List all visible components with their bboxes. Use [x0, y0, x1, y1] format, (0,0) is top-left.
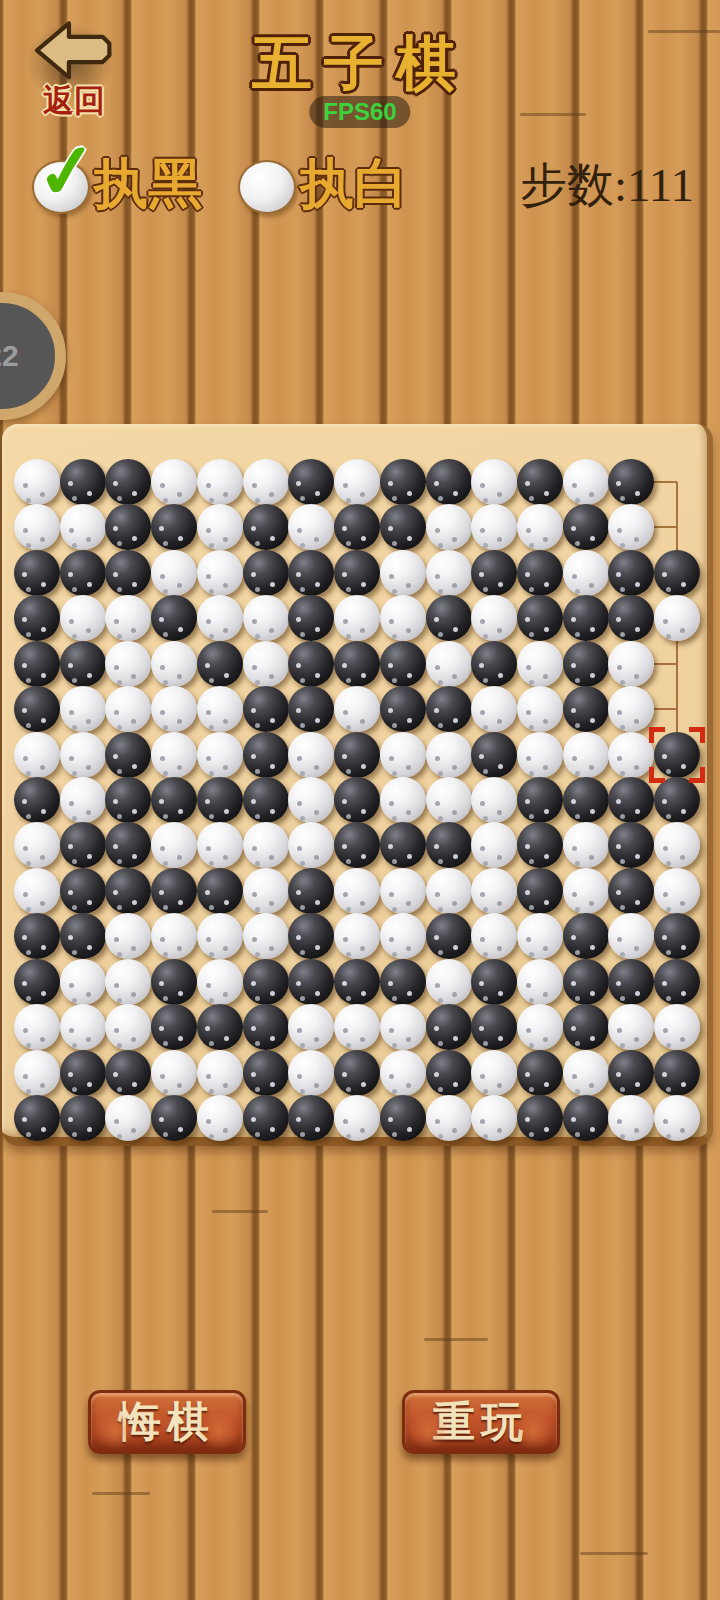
- white-stone-r14c13: [608, 1095, 654, 1141]
- white-stone-r12c8: [380, 1004, 426, 1050]
- white-stone-r8c5: [243, 822, 289, 868]
- white-stone-r10c5: [243, 913, 289, 959]
- black-stone-r1c5: [243, 504, 289, 550]
- white-stone-r6c3: [151, 732, 197, 778]
- black-stone-r6c2: [105, 732, 151, 778]
- black-stone-r14c5: [243, 1095, 289, 1141]
- white-stone-r10c13: [608, 913, 654, 959]
- side-float-badge[interactable]: 22: [0, 292, 66, 420]
- black-stone-r6c10: [471, 732, 517, 778]
- white-stone-r1c13: [608, 504, 654, 550]
- play-black-checkbox[interactable]: ✓: [32, 160, 90, 214]
- step-counter-label: 步数:: [520, 159, 627, 211]
- black-stone-r13c11: [517, 1050, 563, 1096]
- white-stone-r12c0: [14, 1004, 60, 1050]
- white-stone-r10c11: [517, 913, 563, 959]
- white-stone-r5c7: [334, 686, 380, 732]
- white-stone-r9c10: [471, 868, 517, 914]
- black-stone-r9c3: [151, 868, 197, 914]
- white-stone-r12c1: [60, 1004, 106, 1050]
- black-stone-r4c0: [14, 641, 60, 687]
- black-stone-r12c4: [197, 1004, 243, 1050]
- black-stone-r2c13: [608, 550, 654, 596]
- white-stone-r14c14: [654, 1095, 700, 1141]
- gomoku-board[interactable]: [2, 424, 713, 1146]
- black-stone-r7c4: [197, 777, 243, 823]
- page-title: 五子棋: [0, 24, 720, 105]
- white-stone-r3c7: [334, 595, 380, 641]
- white-stone-r7c6: [288, 777, 334, 823]
- black-stone-r4c8: [380, 641, 426, 687]
- white-stone-r3c8: [380, 595, 426, 641]
- black-stone-r14c3: [151, 1095, 197, 1141]
- black-stone-r4c4: [197, 641, 243, 687]
- white-stone-r5c2: [105, 686, 151, 732]
- white-stone-r9c8: [380, 868, 426, 914]
- black-stone-r14c1: [60, 1095, 106, 1141]
- black-stone-r11c5: [243, 959, 289, 1005]
- white-stone-r2c4: [197, 550, 243, 596]
- black-stone-r11c13: [608, 959, 654, 1005]
- last-move-marker: [649, 727, 705, 783]
- black-stone-r14c8: [380, 1095, 426, 1141]
- plank-joint: [212, 1210, 268, 1213]
- black-stone-r11c10: [471, 959, 517, 1005]
- black-stone-r10c1: [60, 913, 106, 959]
- white-stone-r4c2: [105, 641, 151, 687]
- black-stone-r13c1: [60, 1050, 106, 1096]
- white-stone-r1c9: [426, 504, 472, 550]
- white-stone-r7c9: [426, 777, 472, 823]
- white-stone-r1c4: [197, 504, 243, 550]
- white-stone-r13c0: [14, 1050, 60, 1096]
- black-stone-r8c13: [608, 822, 654, 868]
- white-stone-r12c13: [608, 1004, 654, 1050]
- white-stone-r12c2: [105, 1004, 151, 1050]
- black-stone-r2c14: [654, 550, 700, 596]
- white-stone-r12c11: [517, 1004, 563, 1050]
- black-stone-r3c11: [517, 595, 563, 641]
- black-stone-r0c1: [60, 459, 106, 505]
- black-stone-r14c6: [288, 1095, 334, 1141]
- undo-button[interactable]: 悔棋: [88, 1390, 246, 1454]
- white-stone-r8c10: [471, 822, 517, 868]
- white-stone-r6c12: [563, 732, 609, 778]
- black-stone-r0c11: [517, 459, 563, 505]
- white-stone-r1c11: [517, 504, 563, 550]
- white-stone-r10c8: [380, 913, 426, 959]
- white-stone-r6c9: [426, 732, 472, 778]
- black-stone-r9c4: [197, 868, 243, 914]
- white-stone-r11c11: [517, 959, 563, 1005]
- black-stone-r7c11: [517, 777, 563, 823]
- white-stone-r9c0: [14, 868, 60, 914]
- fps-badge: FPS60: [309, 96, 410, 128]
- black-stone-r13c9: [426, 1050, 472, 1096]
- white-stone-r0c0: [14, 459, 60, 505]
- black-stone-r8c1: [60, 822, 106, 868]
- black-stone-r5c12: [563, 686, 609, 732]
- black-stone-r4c10: [471, 641, 517, 687]
- black-stone-r11c7: [334, 959, 380, 1005]
- black-stone-r11c14: [654, 959, 700, 1005]
- black-stone-r5c0: [14, 686, 60, 732]
- side-float-badge-text: 22: [0, 339, 19, 373]
- black-stone-r6c7: [334, 732, 380, 778]
- white-stone-r5c4: [197, 686, 243, 732]
- black-stone-r13c7: [334, 1050, 380, 1096]
- white-stone-r0c5: [243, 459, 289, 505]
- white-stone-r3c2: [105, 595, 151, 641]
- black-stone-r5c8: [380, 686, 426, 732]
- black-stone-r0c2: [105, 459, 151, 505]
- white-stone-r6c11: [517, 732, 563, 778]
- white-stone-r2c3: [151, 550, 197, 596]
- black-stone-r5c5: [243, 686, 289, 732]
- plank-joint: [92, 1492, 150, 1495]
- white-stone-r0c4: [197, 459, 243, 505]
- white-stone-r4c13: [608, 641, 654, 687]
- white-stone-r14c10: [471, 1095, 517, 1141]
- black-stone-r7c7: [334, 777, 380, 823]
- black-stone-r7c13: [608, 777, 654, 823]
- white-stone-r4c9: [426, 641, 472, 687]
- black-stone-r14c0: [14, 1095, 60, 1141]
- white-stone-r13c4: [197, 1050, 243, 1096]
- white-stone-r8c6: [288, 822, 334, 868]
- black-stone-r8c8: [380, 822, 426, 868]
- plank-joint: [520, 113, 586, 116]
- white-stone-r8c14: [654, 822, 700, 868]
- white-stone-r0c7: [334, 459, 380, 505]
- black-stone-r9c1: [60, 868, 106, 914]
- white-stone-r2c12: [563, 550, 609, 596]
- white-stone-r2c8: [380, 550, 426, 596]
- play-white-checkbox[interactable]: [238, 160, 296, 214]
- black-stone-r11c0: [14, 959, 60, 1005]
- black-stone-r11c6: [288, 959, 334, 1005]
- white-stone-r5c3: [151, 686, 197, 732]
- white-stone-r7c10: [471, 777, 517, 823]
- black-stone-r2c7: [334, 550, 380, 596]
- white-stone-r4c5: [243, 641, 289, 687]
- black-stone-r1c2: [105, 504, 151, 550]
- checkmark-icon: ✓: [32, 125, 103, 217]
- white-stone-r5c13: [608, 686, 654, 732]
- white-stone-r4c11: [517, 641, 563, 687]
- white-stone-r1c0: [14, 504, 60, 550]
- white-stone-r3c4: [197, 595, 243, 641]
- step-counter: 步数:111: [520, 154, 694, 217]
- black-stone-r4c6: [288, 641, 334, 687]
- white-stone-r11c9: [426, 959, 472, 1005]
- black-stone-r2c0: [14, 550, 60, 596]
- white-stone-r1c6: [288, 504, 334, 550]
- black-stone-r9c2: [105, 868, 151, 914]
- black-stone-r8c11: [517, 822, 563, 868]
- black-stone-r2c1: [60, 550, 106, 596]
- white-stone-r10c7: [334, 913, 380, 959]
- white-stone-r2c9: [426, 550, 472, 596]
- black-stone-r10c6: [288, 913, 334, 959]
- black-stone-r0c13: [608, 459, 654, 505]
- black-stone-r1c7: [334, 504, 380, 550]
- black-stone-r3c13: [608, 595, 654, 641]
- black-stone-r2c10: [471, 550, 517, 596]
- white-stone-r12c14: [654, 1004, 700, 1050]
- black-stone-r0c9: [426, 459, 472, 505]
- white-stone-r6c8: [380, 732, 426, 778]
- undo-button-label: 悔棋: [119, 1394, 215, 1450]
- plank-joint: [580, 1552, 648, 1555]
- black-stone-r12c10: [471, 1004, 517, 1050]
- white-stone-r14c9: [426, 1095, 472, 1141]
- black-stone-r1c12: [563, 504, 609, 550]
- black-stone-r12c9: [426, 1004, 472, 1050]
- black-stone-r13c2: [105, 1050, 151, 1096]
- black-stone-r2c6: [288, 550, 334, 596]
- black-stone-r7c12: [563, 777, 609, 823]
- black-stone-r9c6: [288, 868, 334, 914]
- black-stone-r14c12: [563, 1095, 609, 1141]
- white-stone-r13c3: [151, 1050, 197, 1096]
- replay-button-label: 重玩: [433, 1394, 529, 1450]
- black-stone-r9c11: [517, 868, 563, 914]
- black-stone-r14c11: [517, 1095, 563, 1141]
- white-stone-r13c8: [380, 1050, 426, 1096]
- white-stone-r9c12: [563, 868, 609, 914]
- black-stone-r13c5: [243, 1050, 289, 1096]
- white-stone-r6c4: [197, 732, 243, 778]
- black-stone-r3c6: [288, 595, 334, 641]
- black-stone-r7c3: [151, 777, 197, 823]
- black-stone-r11c3: [151, 959, 197, 1005]
- play-black-label[interactable]: 执黑: [94, 148, 202, 221]
- white-stone-r14c2: [105, 1095, 151, 1141]
- white-stone-r5c11: [517, 686, 563, 732]
- black-stone-r2c2: [105, 550, 151, 596]
- white-stone-r10c10: [471, 913, 517, 959]
- white-stone-r9c9: [426, 868, 472, 914]
- white-stone-r11c2: [105, 959, 151, 1005]
- black-stone-r0c8: [380, 459, 426, 505]
- white-stone-r0c12: [563, 459, 609, 505]
- white-stone-r6c0: [14, 732, 60, 778]
- white-stone-r10c2: [105, 913, 151, 959]
- white-stone-r3c1: [60, 595, 106, 641]
- black-stone-r7c14: [654, 777, 700, 823]
- black-stone-r6c5: [243, 732, 289, 778]
- black-stone-r3c12: [563, 595, 609, 641]
- white-stone-r0c10: [471, 459, 517, 505]
- white-stone-r9c5: [243, 868, 289, 914]
- white-stone-r14c7: [334, 1095, 380, 1141]
- white-stone-r8c12: [563, 822, 609, 868]
- white-stone-r7c1: [60, 777, 106, 823]
- white-stone-r10c4: [197, 913, 243, 959]
- white-stone-r3c14: [654, 595, 700, 641]
- black-stone-r7c5: [243, 777, 289, 823]
- black-stone-r10c9: [426, 913, 472, 959]
- white-stone-r14c4: [197, 1095, 243, 1141]
- black-stone-r11c12: [563, 959, 609, 1005]
- black-stone-r13c13: [608, 1050, 654, 1096]
- black-stone-r1c3: [151, 504, 197, 550]
- options-row: ✓ 执黑 执白 步数:111: [0, 146, 720, 226]
- black-stone-r12c5: [243, 1004, 289, 1050]
- white-stone-r8c0: [14, 822, 60, 868]
- white-stone-r5c1: [60, 686, 106, 732]
- white-stone-r13c12: [563, 1050, 609, 1096]
- black-stone-r9c13: [608, 868, 654, 914]
- black-stone-r4c7: [334, 641, 380, 687]
- black-stone-r7c0: [14, 777, 60, 823]
- plank-joint: [424, 1338, 488, 1341]
- white-stone-r9c14: [654, 868, 700, 914]
- white-stone-r6c13: [608, 732, 654, 778]
- black-stone-r3c0: [14, 595, 60, 641]
- black-stone-r8c9: [426, 822, 472, 868]
- black-stone-r1c8: [380, 504, 426, 550]
- black-stone-r10c14: [654, 913, 700, 959]
- black-stone-r8c7: [334, 822, 380, 868]
- white-stone-r6c1: [60, 732, 106, 778]
- white-stone-r11c1: [60, 959, 106, 1005]
- white-stone-r5c10: [471, 686, 517, 732]
- white-stone-r7c8: [380, 777, 426, 823]
- white-stone-r13c6: [288, 1050, 334, 1096]
- replay-button[interactable]: 重玩: [402, 1390, 560, 1454]
- white-stone-r11c4: [197, 959, 243, 1005]
- step-counter-value: 111: [627, 159, 694, 211]
- white-stone-r0c3: [151, 459, 197, 505]
- white-stone-r8c3: [151, 822, 197, 868]
- black-stone-r13c14: [654, 1050, 700, 1096]
- white-stone-r1c1: [60, 504, 106, 550]
- play-white-label[interactable]: 执白: [300, 148, 408, 221]
- black-stone-r4c1: [60, 641, 106, 687]
- white-stone-r1c10: [471, 504, 517, 550]
- black-stone-r10c0: [14, 913, 60, 959]
- black-stone-r4c12: [563, 641, 609, 687]
- white-stone-r9c7: [334, 868, 380, 914]
- black-stone-r2c5: [243, 550, 289, 596]
- black-stone-r10c12: [563, 913, 609, 959]
- black-stone-r12c3: [151, 1004, 197, 1050]
- game-screen: { "game": "gomoku (五子棋, five-in-a-row), …: [0, 0, 720, 1600]
- white-stone-r3c10: [471, 595, 517, 641]
- white-stone-r3c5: [243, 595, 289, 641]
- white-stone-r4c3: [151, 641, 197, 687]
- white-stone-r10c3: [151, 913, 197, 959]
- white-stone-r12c6: [288, 1004, 334, 1050]
- black-stone-r2c11: [517, 550, 563, 596]
- white-stone-r12c7: [334, 1004, 380, 1050]
- black-stone-r3c3: [151, 595, 197, 641]
- white-stone-r13c10: [471, 1050, 517, 1096]
- black-stone-r11c8: [380, 959, 426, 1005]
- black-stone-r5c6: [288, 686, 334, 732]
- black-stone-r5c9: [426, 686, 472, 732]
- black-stone-r12c12: [563, 1004, 609, 1050]
- white-stone-r6c6: [288, 732, 334, 778]
- black-stone-r3c9: [426, 595, 472, 641]
- white-stone-r8c4: [197, 822, 243, 868]
- black-stone-r0c6: [288, 459, 334, 505]
- black-stone-r7c2: [105, 777, 151, 823]
- black-stone-r8c2: [105, 822, 151, 868]
